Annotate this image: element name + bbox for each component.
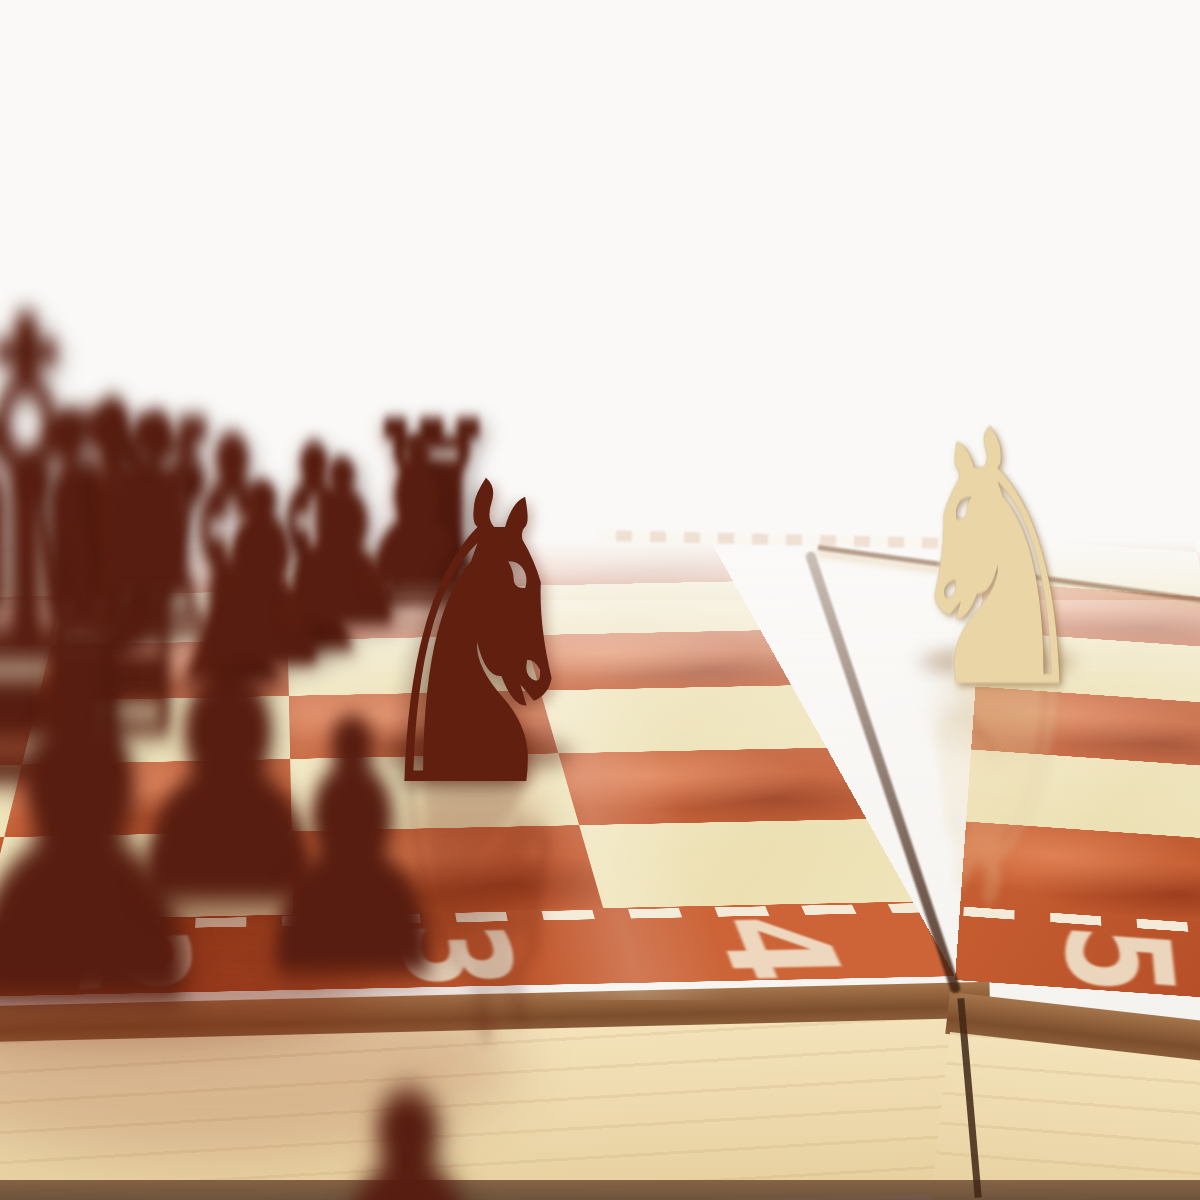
table-shadow-strip <box>0 1180 1200 1200</box>
square-rank4-row1 <box>579 819 913 908</box>
square-rank4-row2 <box>558 748 866 825</box>
dark-pawn-7-piece[interactable]: ♟ <box>240 1029 576 1200</box>
light-knight-piece[interactable]: ♞ <box>899 385 1095 737</box>
dark-knight-piece[interactable]: ♞ <box>363 430 594 845</box>
chess-set-photo: 1234 5678 ♞♞♚♛♜♝♝♜♟♟♟♟♟♟♟♞♞ <box>0 0 1200 1200</box>
